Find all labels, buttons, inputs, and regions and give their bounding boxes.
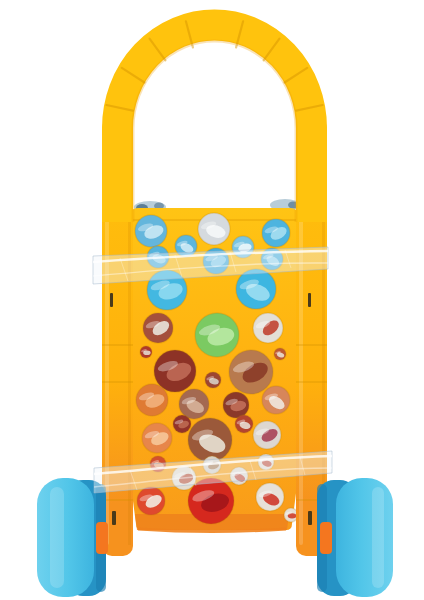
- basket-hole-21: [223, 392, 249, 418]
- basket-hole-1: [135, 215, 167, 247]
- basket-hole-24: [235, 415, 253, 433]
- rail-slot: [110, 293, 113, 307]
- basket-hole-14: [140, 346, 152, 358]
- rail-slot: [112, 511, 116, 525]
- basket-hole-26: [188, 418, 232, 462]
- basket-hole-25: [142, 423, 172, 453]
- basket-hole-15: [274, 348, 286, 360]
- rail-slot: [308, 293, 311, 307]
- left-wheel-drum: [37, 478, 94, 597]
- basket-hole-35: [137, 487, 165, 515]
- basket-hole-11: [143, 313, 173, 343]
- left-wheel: [37, 478, 108, 597]
- left-axle-hub: [96, 522, 108, 554]
- basket-hole-23: [173, 415, 191, 433]
- basket-hole-27: [253, 421, 281, 449]
- scene-svg: [0, 0, 424, 600]
- right-axle-hub: [320, 522, 332, 554]
- basket-hole-12: [195, 313, 239, 357]
- basket-hole-18: [229, 350, 273, 394]
- right-wheel-highlight: [372, 487, 384, 588]
- right-wheel: [317, 478, 393, 597]
- basket-hole-17: [205, 372, 221, 388]
- basket-hole-10: [236, 269, 276, 309]
- basket-hole-2: [198, 213, 230, 245]
- basket-hole-34: [256, 483, 284, 511]
- left-wheel-highlight: [50, 487, 64, 588]
- basket-hole-19: [136, 384, 168, 416]
- basket-hole-13: [253, 313, 283, 343]
- toy-trolley-product-photo: [0, 0, 424, 600]
- right-wheel-drum: [336, 478, 393, 597]
- basket-hole-22: [262, 386, 290, 414]
- rail-slot: [308, 511, 312, 525]
- basket-hole-3: [262, 219, 290, 247]
- basket-hole-36: [284, 508, 298, 522]
